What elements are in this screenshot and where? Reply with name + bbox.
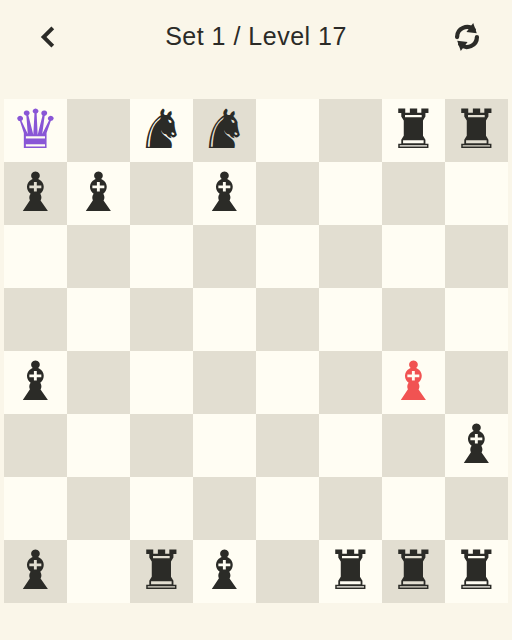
square-e3[interactable] xyxy=(256,414,319,477)
bishop-a7[interactable]: ♝ xyxy=(11,166,59,220)
square-f1[interactable]: ♜ xyxy=(319,540,382,603)
square-b8[interactable] xyxy=(67,99,130,162)
chess-board: ♛♞♞♜♜♝♝♝♝♝♝♝♜♝♜♜♜ xyxy=(4,99,508,603)
square-d6[interactable] xyxy=(193,225,256,288)
bishop-a1[interactable]: ♝ xyxy=(11,544,59,598)
square-a8[interactable]: ♛ xyxy=(4,99,67,162)
square-e2[interactable] xyxy=(256,477,319,540)
bishop-d7[interactable]: ♝ xyxy=(200,166,248,220)
square-c4[interactable] xyxy=(130,351,193,414)
square-b6[interactable] xyxy=(67,225,130,288)
square-b1[interactable] xyxy=(67,540,130,603)
square-g5[interactable] xyxy=(382,288,445,351)
square-g8[interactable]: ♜ xyxy=(382,99,445,162)
bishop-a4[interactable]: ♝ xyxy=(11,355,59,409)
square-a3[interactable] xyxy=(4,414,67,477)
square-f5[interactable] xyxy=(319,288,382,351)
rook-f1[interactable]: ♜ xyxy=(326,544,374,598)
rook-g1[interactable]: ♜ xyxy=(389,544,437,598)
rook-h1[interactable]: ♜ xyxy=(452,544,500,598)
square-g4[interactable]: ♝ xyxy=(382,351,445,414)
square-e7[interactable] xyxy=(256,162,319,225)
square-g2[interactable] xyxy=(382,477,445,540)
square-f6[interactable] xyxy=(319,225,382,288)
square-a1[interactable]: ♝ xyxy=(4,540,67,603)
square-a4[interactable]: ♝ xyxy=(4,351,67,414)
refresh-icon xyxy=(450,20,484,54)
square-h7[interactable] xyxy=(445,162,508,225)
rook-c1[interactable]: ♜ xyxy=(137,544,185,598)
square-h8[interactable]: ♜ xyxy=(445,99,508,162)
square-e1[interactable] xyxy=(256,540,319,603)
square-d7[interactable]: ♝ xyxy=(193,162,256,225)
square-g7[interactable] xyxy=(382,162,445,225)
square-e8[interactable] xyxy=(256,99,319,162)
page-title: Set 1 / Level 17 xyxy=(0,22,512,51)
bishop-b7[interactable]: ♝ xyxy=(74,166,122,220)
square-g1[interactable]: ♜ xyxy=(382,540,445,603)
square-c5[interactable] xyxy=(130,288,193,351)
square-d2[interactable] xyxy=(193,477,256,540)
square-c6[interactable] xyxy=(130,225,193,288)
square-e5[interactable] xyxy=(256,288,319,351)
square-f3[interactable] xyxy=(319,414,382,477)
square-d3[interactable] xyxy=(193,414,256,477)
square-d8[interactable]: ♞ xyxy=(193,99,256,162)
square-f8[interactable] xyxy=(319,99,382,162)
bishop-h3[interactable]: ♝ xyxy=(452,418,500,472)
square-c8[interactable]: ♞ xyxy=(130,99,193,162)
rook-g8[interactable]: ♜ xyxy=(389,103,437,157)
square-a5[interactable] xyxy=(4,288,67,351)
knight-d8[interactable]: ♞ xyxy=(200,103,248,157)
square-g3[interactable] xyxy=(382,414,445,477)
square-e6[interactable] xyxy=(256,225,319,288)
square-f2[interactable] xyxy=(319,477,382,540)
square-c1[interactable]: ♜ xyxy=(130,540,193,603)
square-c3[interactable] xyxy=(130,414,193,477)
square-d1[interactable]: ♝ xyxy=(193,540,256,603)
square-e4[interactable] xyxy=(256,351,319,414)
square-h5[interactable] xyxy=(445,288,508,351)
square-b2[interactable] xyxy=(67,477,130,540)
square-c7[interactable] xyxy=(130,162,193,225)
square-a7[interactable]: ♝ xyxy=(4,162,67,225)
square-h3[interactable]: ♝ xyxy=(445,414,508,477)
square-b7[interactable]: ♝ xyxy=(67,162,130,225)
square-d4[interactable] xyxy=(193,351,256,414)
square-d5[interactable] xyxy=(193,288,256,351)
knight-c8[interactable]: ♞ xyxy=(137,103,185,157)
queen-a8[interactable]: ♛ xyxy=(11,103,59,157)
square-b5[interactable] xyxy=(67,288,130,351)
restart-button[interactable] xyxy=(446,16,488,58)
square-b4[interactable] xyxy=(67,351,130,414)
bishop-d1[interactable]: ♝ xyxy=(200,544,248,598)
square-h1[interactable]: ♜ xyxy=(445,540,508,603)
square-a2[interactable] xyxy=(4,477,67,540)
bishop-g4[interactable]: ♝ xyxy=(389,355,437,409)
square-g6[interactable] xyxy=(382,225,445,288)
square-f7[interactable] xyxy=(319,162,382,225)
square-h6[interactable] xyxy=(445,225,508,288)
square-a6[interactable] xyxy=(4,225,67,288)
square-f4[interactable] xyxy=(319,351,382,414)
square-c2[interactable] xyxy=(130,477,193,540)
square-b3[interactable] xyxy=(67,414,130,477)
rook-h8[interactable]: ♜ xyxy=(452,103,500,157)
header: Set 1 / Level 17 xyxy=(0,0,512,99)
square-h2[interactable] xyxy=(445,477,508,540)
square-h4[interactable] xyxy=(445,351,508,414)
